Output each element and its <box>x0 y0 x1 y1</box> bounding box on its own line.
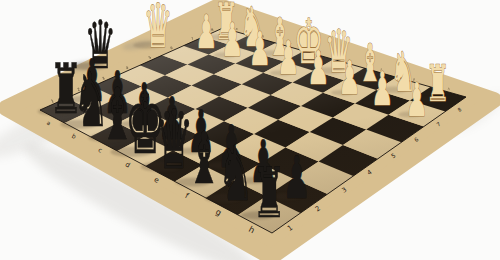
photo-stage: abcdefgh1234567812345678abcdefgh♛♛♜♞♝♚♛♝… <box>0 0 500 260</box>
black-rook-h1[interactable]: ♜ <box>252 152 286 233</box>
white-pawn-g7[interactable]: ♟ <box>371 61 394 116</box>
white-pawn-e7[interactable]: ♟ <box>307 40 330 95</box>
spare-white-queen-offboard[interactable]: ♛ <box>143 0 173 61</box>
white-pawn-h7[interactable]: ♟ <box>406 72 429 127</box>
white-pawn-a7[interactable]: ♟ <box>195 4 218 59</box>
white-pawn-c7[interactable]: ♟ <box>249 22 272 77</box>
white-pawn-d7[interactable]: ♟ <box>277 31 300 86</box>
black-bishop-f1[interactable]: ♝ <box>187 116 222 201</box>
white-pawn-f7[interactable]: ♟ <box>338 50 361 105</box>
black-knight-g1[interactable]: ♞ <box>218 130 255 217</box>
white-rook-h8[interactable]: ♜ <box>426 54 450 114</box>
white-pawn-b7[interactable]: ♟ <box>221 13 244 68</box>
black-pawn-h2[interactable]: ♟ <box>282 143 310 211</box>
chess-scene: abcdefgh1234567812345678abcdefgh♛♛♜♞♝♚♛♝… <box>0 0 500 260</box>
